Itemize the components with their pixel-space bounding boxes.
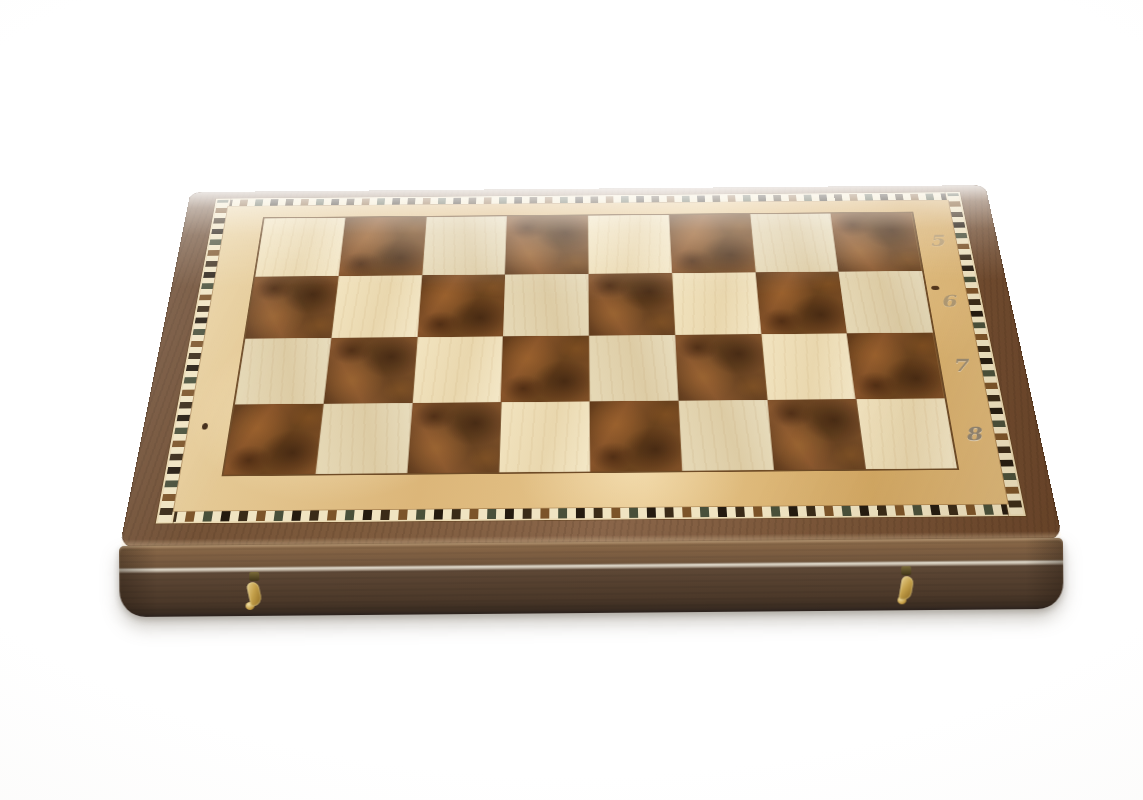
board-square [417, 275, 505, 338]
board-square [750, 213, 839, 272]
board-square [589, 273, 675, 336]
board-square [675, 334, 767, 401]
board-square [407, 402, 501, 473]
board-square [315, 403, 412, 474]
photo-background: 5 6 7 8 [0, 0, 1143, 800]
board-square [678, 400, 773, 471]
board-lid-top: 5 6 7 8 [119, 185, 1063, 549]
clasp-hook-icon [898, 575, 914, 601]
chessboard-grid [222, 212, 960, 477]
clasp-hinge-icon [249, 572, 259, 581]
board-square [324, 337, 418, 404]
board-square [235, 338, 331, 405]
board-square [505, 216, 588, 275]
board-square [503, 274, 589, 337]
board-square [669, 214, 755, 273]
clasp-hinge-icon [901, 566, 911, 575]
board-square [422, 216, 507, 275]
board-lid-3d: 5 6 7 8 [119, 185, 1063, 549]
board-square [761, 333, 856, 400]
board-square [755, 272, 847, 335]
board-square [501, 336, 590, 403]
board-square [847, 333, 945, 399]
board-square [331, 275, 422, 338]
board-square [339, 217, 427, 276]
chess-case: 5 6 7 8 [0, 0, 1143, 800]
board-square [672, 272, 761, 335]
case-front-side [119, 538, 1064, 617]
board-square [499, 401, 591, 472]
board-square [856, 398, 957, 469]
board-square [767, 399, 865, 470]
board-square [590, 401, 682, 472]
board-square [589, 335, 678, 402]
board-square [255, 218, 345, 277]
board-square [245, 276, 338, 339]
board-square [224, 404, 324, 475]
board-square [588, 215, 672, 274]
brass-clasp-left [241, 572, 267, 618]
board-square [839, 271, 933, 333]
board-square [831, 213, 922, 272]
board-square [412, 336, 503, 403]
brass-clasp-right [893, 566, 919, 612]
